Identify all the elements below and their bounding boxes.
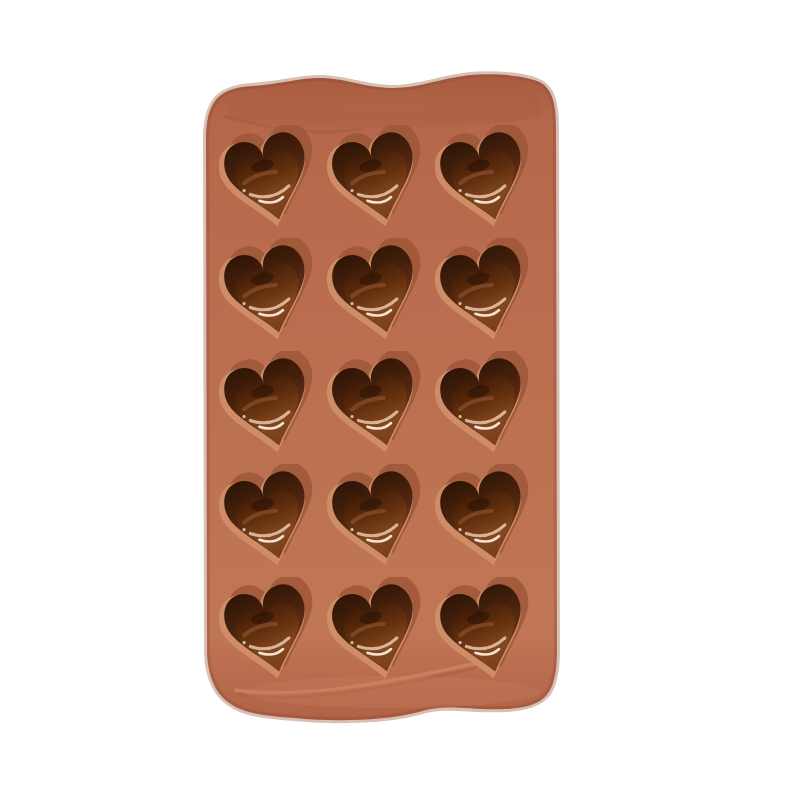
mold-cavity-r2c2	[323, 233, 431, 346]
heart-cavity-icon	[325, 464, 429, 568]
mold-cavity-r5c1	[215, 572, 323, 685]
mold-cavity-r3c1	[215, 346, 323, 459]
mold-cavity-r3c3	[431, 346, 539, 459]
heart-cavity-icon	[217, 464, 321, 568]
heart-cavity-icon	[325, 351, 429, 455]
product-photo-scene	[0, 0, 800, 800]
heart-cavity-icon	[217, 238, 321, 342]
heart-cavity-icon	[325, 577, 429, 681]
mold-cavity-r4c1	[215, 459, 323, 572]
mold-cavity-r3c2	[323, 346, 431, 459]
mold-cavity-r2c1	[215, 233, 323, 346]
heart-cavity-icon	[217, 351, 321, 455]
cavity-grid	[215, 120, 539, 685]
mold-cavity-r4c2	[323, 459, 431, 572]
mold-cavity-r4c3	[431, 459, 539, 572]
mold-cavity-r5c2	[323, 572, 431, 685]
heart-cavity-icon	[217, 577, 321, 681]
mold-cavity-r1c2	[323, 120, 431, 233]
heart-cavity-icon	[433, 125, 537, 229]
heart-cavity-icon	[433, 238, 537, 342]
heart-cavity-icon	[325, 125, 429, 229]
mold-cavity-r1c1	[215, 120, 323, 233]
mold-cavity-r1c3	[431, 120, 539, 233]
heart-cavity-icon	[217, 125, 321, 229]
heart-cavity-icon	[433, 464, 537, 568]
mold-cavity-r2c3	[431, 233, 539, 346]
heart-cavity-icon	[325, 238, 429, 342]
mold-cavity-r5c3	[431, 572, 539, 685]
heart-cavity-icon	[433, 577, 537, 681]
heart-cavity-icon	[433, 351, 537, 455]
